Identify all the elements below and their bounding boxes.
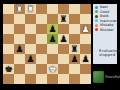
piece-white-pawn[interactable]: ♟ xyxy=(80,24,91,34)
inaccuracy-dot-icon xyxy=(95,19,98,22)
square-d5[interactable] xyxy=(36,34,47,44)
square-b2[interactable] xyxy=(14,64,25,74)
piece-black-pawn[interactable]: ♟ xyxy=(69,54,80,64)
square-b3[interactable] xyxy=(14,54,25,64)
square-c2[interactable] xyxy=(25,64,36,74)
square-b4[interactable]: ♟ xyxy=(14,44,25,54)
legend-label: Blunder xyxy=(100,28,114,32)
square-c4[interactable] xyxy=(25,44,36,54)
square-e6[interactable]: ♟ xyxy=(47,24,58,34)
square-f3[interactable] xyxy=(58,54,69,64)
square-h4[interactable] xyxy=(80,44,91,54)
piece-white-rook[interactable]: ♜ xyxy=(14,4,25,14)
legend-label: Book xyxy=(100,14,109,18)
square-h3[interactable]: ♟ xyxy=(80,54,91,64)
square-a5[interactable] xyxy=(3,34,14,44)
square-b7[interactable] xyxy=(14,14,25,24)
square-a1[interactable] xyxy=(3,74,14,84)
square-h1[interactable] xyxy=(80,74,91,84)
square-d3[interactable] xyxy=(36,54,47,64)
square-g8[interactable] xyxy=(69,4,80,14)
piece-black-pawn[interactable]: ♟ xyxy=(47,34,58,44)
square-f7[interactable]: ♜ xyxy=(58,14,69,24)
legend-label: Best xyxy=(100,5,108,9)
piece-black-rook[interactable]: ♜ xyxy=(58,14,69,24)
square-f2[interactable] xyxy=(58,64,69,74)
square-e7[interactable] xyxy=(47,14,58,24)
square-f6[interactable] xyxy=(58,24,69,34)
square-g3[interactable]: ♟ xyxy=(69,54,80,64)
square-e1[interactable] xyxy=(47,74,58,84)
square-c6[interactable] xyxy=(25,24,36,34)
square-h5[interactable] xyxy=(80,34,91,44)
piece-black-rook[interactable]: ♜ xyxy=(69,44,80,54)
square-h8[interactable] xyxy=(80,4,91,14)
square-a3[interactable] xyxy=(3,54,14,64)
legend-label: Mistake xyxy=(100,23,113,27)
square-h2[interactable] xyxy=(80,64,91,74)
square-c8[interactable]: ♜ xyxy=(25,4,36,14)
engine-row: Stockfish 17 xyxy=(93,69,120,84)
piece-black-pawn[interactable]: ♟ xyxy=(80,54,91,64)
square-f8[interactable] xyxy=(58,4,69,14)
square-e4[interactable] xyxy=(47,44,58,54)
square-g1[interactable] xyxy=(69,74,80,84)
square-g6[interactable] xyxy=(69,24,80,34)
chess-board[interactable]: ♜♜♜♟♟♟♟♟♜♟♟♟♚♚ xyxy=(3,4,91,84)
square-a4[interactable] xyxy=(3,44,14,54)
square-d2[interactable] xyxy=(36,64,47,74)
move-quality-legend: BestGoodBookInaccuracyMistakeBlunder xyxy=(93,4,117,32)
square-e2[interactable]: ♚ xyxy=(47,64,58,74)
piece-white-king[interactable]: ♚ xyxy=(47,64,58,74)
piece-black-pawn[interactable]: ♟ xyxy=(58,34,69,44)
good-dot-icon xyxy=(95,10,98,13)
square-g5[interactable] xyxy=(69,34,80,44)
square-b1[interactable] xyxy=(14,74,25,84)
piece-black-pawn[interactable]: ♟ xyxy=(47,24,58,34)
square-f5[interactable]: ♟ xyxy=(58,34,69,44)
square-d6[interactable] xyxy=(36,24,47,34)
square-g4[interactable]: ♜ xyxy=(69,44,80,54)
square-h7[interactable] xyxy=(80,14,91,24)
square-a6[interactable] xyxy=(3,24,14,34)
piece-black-king[interactable]: ♚ xyxy=(3,64,14,74)
square-g7[interactable] xyxy=(69,14,80,24)
square-d1[interactable] xyxy=(36,74,47,84)
square-e5[interactable]: ♟ xyxy=(47,34,58,44)
square-a8[interactable] xyxy=(3,4,14,14)
square-b8[interactable]: ♜ xyxy=(14,4,25,14)
piece-black-pawn[interactable]: ♟ xyxy=(14,44,25,54)
engine-name-label: Stockfish 17 xyxy=(105,75,120,79)
square-b6[interactable] xyxy=(14,24,25,34)
square-g2[interactable] xyxy=(69,64,80,74)
square-e3[interactable] xyxy=(47,54,58,64)
square-d8[interactable] xyxy=(36,4,47,14)
evaluation-status-line1: Evaluation xyxy=(99,48,111,50)
blunder-dot-icon xyxy=(95,28,98,31)
piece-black-pawn[interactable]: ♟ xyxy=(25,54,36,64)
piece-white-rook[interactable]: ♜ xyxy=(25,4,36,14)
square-h6[interactable]: ♟ xyxy=(80,24,91,34)
evaluation-status-line2: stopped xyxy=(99,52,111,54)
square-d4[interactable] xyxy=(36,44,47,54)
square-b5[interactable] xyxy=(14,34,25,44)
square-c5[interactable] xyxy=(25,34,36,44)
mistake-dot-icon xyxy=(95,24,98,27)
square-f1[interactable] xyxy=(58,74,69,84)
square-d7[interactable] xyxy=(36,14,47,24)
square-c3[interactable]: ♟ xyxy=(25,54,36,64)
chess-analysis-screen: ♜♜♜♟♟♟♟♟♜♟♟♟♚♚ BestGoodBookInaccuracyMis… xyxy=(0,0,120,90)
move-quality-panel: BestGoodBookInaccuracyMistakeBlunder Eva… xyxy=(93,4,117,64)
square-f4[interactable] xyxy=(58,44,69,54)
evaluation-status: Evaluation stopped xyxy=(93,48,117,56)
square-c1[interactable] xyxy=(25,74,36,84)
square-c7[interactable] xyxy=(25,14,36,24)
square-a2[interactable]: ♚ xyxy=(3,64,14,74)
best-dot-icon xyxy=(95,6,98,9)
square-a7[interactable] xyxy=(3,14,14,24)
square-e8[interactable] xyxy=(47,4,58,14)
stockfish-logo-icon xyxy=(93,71,104,83)
legend-item-blunder: Blunder xyxy=(93,28,117,33)
book-dot-icon xyxy=(95,15,98,18)
